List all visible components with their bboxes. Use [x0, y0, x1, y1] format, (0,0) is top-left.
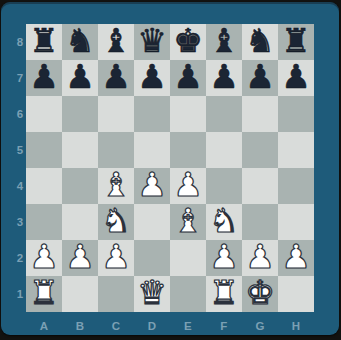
file-label-b: B — [62, 314, 98, 337]
square-f7[interactable]: ♟ — [206, 60, 242, 96]
square-c7[interactable]: ♟ — [98, 60, 134, 96]
square-b6[interactable] — [62, 96, 98, 132]
white-pawn[interactable]: ♟ — [65, 239, 95, 275]
square-a5[interactable] — [26, 132, 62, 168]
square-g1[interactable]: ♚ — [242, 276, 278, 312]
square-f2[interactable]: ♟ — [206, 240, 242, 276]
white-pawn[interactable]: ♟ — [29, 239, 59, 275]
square-c6[interactable] — [98, 96, 134, 132]
square-a1[interactable]: ♜ — [26, 276, 62, 312]
white-queen[interactable]: ♛ — [137, 275, 167, 311]
file-label-c: C — [98, 314, 134, 337]
square-b5[interactable] — [62, 132, 98, 168]
square-g7[interactable]: ♟ — [242, 60, 278, 96]
white-king[interactable]: ♚ — [245, 275, 275, 311]
black-knight[interactable]: ♞ — [245, 23, 275, 59]
file-label-e: E — [170, 314, 206, 337]
black-pawn[interactable]: ♟ — [29, 59, 59, 95]
square-c8[interactable]: ♝ — [98, 24, 134, 60]
square-g2[interactable]: ♟ — [242, 240, 278, 276]
square-f5[interactable] — [206, 132, 242, 168]
square-f8[interactable]: ♝ — [206, 24, 242, 60]
square-h1[interactable] — [278, 276, 314, 312]
board-frame: 87654321 ♜♞♝♛♚♝♞♜♟♟♟♟♟♟♟♟♝♟♟♞♝♞♟♟♟♟♟♟♜♛♜… — [1, 2, 339, 335]
square-e2[interactable] — [170, 240, 206, 276]
square-g6[interactable] — [242, 96, 278, 132]
square-h2[interactable]: ♟ — [278, 240, 314, 276]
square-a4[interactable] — [26, 168, 62, 204]
white-pawn[interactable]: ♟ — [245, 239, 275, 275]
square-b2[interactable]: ♟ — [62, 240, 98, 276]
file-label-h: H — [278, 314, 314, 337]
square-c4[interactable]: ♝ — [98, 168, 134, 204]
square-d7[interactable]: ♟ — [134, 60, 170, 96]
black-rook[interactable]: ♜ — [29, 23, 59, 59]
square-g5[interactable] — [242, 132, 278, 168]
square-d8[interactable]: ♛ — [134, 24, 170, 60]
black-knight[interactable]: ♞ — [65, 23, 95, 59]
square-f1[interactable]: ♜ — [206, 276, 242, 312]
square-b7[interactable]: ♟ — [62, 60, 98, 96]
file-labels: ABCDEFGH — [26, 314, 314, 337]
square-h4[interactable] — [278, 168, 314, 204]
square-h3[interactable] — [278, 204, 314, 240]
white-pawn[interactable]: ♟ — [281, 239, 311, 275]
square-e1[interactable] — [170, 276, 206, 312]
square-e6[interactable] — [170, 96, 206, 132]
white-rook[interactable]: ♜ — [209, 275, 239, 311]
square-a7[interactable]: ♟ — [26, 60, 62, 96]
square-h6[interactable] — [278, 96, 314, 132]
black-pawn[interactable]: ♟ — [245, 59, 275, 95]
square-a2[interactable]: ♟ — [26, 240, 62, 276]
white-bishop[interactable]: ♝ — [173, 203, 203, 239]
square-b8[interactable]: ♞ — [62, 24, 98, 60]
chess-board[interactable]: ♜♞♝♛♚♝♞♜♟♟♟♟♟♟♟♟♝♟♟♞♝♞♟♟♟♟♟♟♜♛♜♚ — [26, 24, 314, 312]
square-g3[interactable] — [242, 204, 278, 240]
square-f4[interactable] — [206, 168, 242, 204]
black-pawn[interactable]: ♟ — [209, 59, 239, 95]
square-h5[interactable] — [278, 132, 314, 168]
white-pawn[interactable]: ♟ — [137, 167, 167, 203]
white-bishop[interactable]: ♝ — [101, 167, 131, 203]
square-d2[interactable] — [134, 240, 170, 276]
square-d1[interactable]: ♛ — [134, 276, 170, 312]
square-e8[interactable]: ♚ — [170, 24, 206, 60]
black-pawn[interactable]: ♟ — [281, 59, 311, 95]
white-knight[interactable]: ♞ — [101, 203, 131, 239]
square-b3[interactable] — [62, 204, 98, 240]
file-label-g: G — [242, 314, 278, 337]
square-c1[interactable] — [98, 276, 134, 312]
square-e3[interactable]: ♝ — [170, 204, 206, 240]
square-e4[interactable]: ♟ — [170, 168, 206, 204]
square-c2[interactable]: ♟ — [98, 240, 134, 276]
black-king[interactable]: ♚ — [173, 23, 203, 59]
square-e5[interactable] — [170, 132, 206, 168]
black-rook[interactable]: ♜ — [281, 23, 311, 59]
file-label-a: A — [26, 314, 62, 337]
white-knight[interactable]: ♞ — [209, 203, 239, 239]
square-e7[interactable]: ♟ — [170, 60, 206, 96]
file-label-d: D — [134, 314, 170, 337]
square-f3[interactable]: ♞ — [206, 204, 242, 240]
square-a3[interactable] — [26, 204, 62, 240]
square-h8[interactable]: ♜ — [278, 24, 314, 60]
square-c3[interactable]: ♞ — [98, 204, 134, 240]
square-g8[interactable]: ♞ — [242, 24, 278, 60]
black-pawn[interactable]: ♟ — [137, 59, 167, 95]
square-d6[interactable] — [134, 96, 170, 132]
square-d4[interactable]: ♟ — [134, 168, 170, 204]
white-pawn[interactable]: ♟ — [173, 167, 203, 203]
white-rook[interactable]: ♜ — [29, 275, 59, 311]
black-pawn[interactable]: ♟ — [65, 59, 95, 95]
black-queen[interactable]: ♛ — [137, 23, 167, 59]
square-c5[interactable] — [98, 132, 134, 168]
square-b4[interactable] — [62, 168, 98, 204]
file-label-f: F — [206, 314, 242, 337]
black-bishop[interactable]: ♝ — [209, 23, 239, 59]
square-a8[interactable]: ♜ — [26, 24, 62, 60]
square-a6[interactable] — [26, 96, 62, 132]
black-bishop[interactable]: ♝ — [101, 23, 131, 59]
white-pawn[interactable]: ♟ — [209, 239, 239, 275]
square-b1[interactable] — [62, 276, 98, 312]
square-f6[interactable] — [206, 96, 242, 132]
black-pawn[interactable]: ♟ — [101, 59, 131, 95]
white-pawn[interactable]: ♟ — [101, 239, 131, 275]
square-d3[interactable] — [134, 204, 170, 240]
square-h7[interactable]: ♟ — [278, 60, 314, 96]
square-d5[interactable] — [134, 132, 170, 168]
black-pawn[interactable]: ♟ — [173, 59, 203, 95]
square-g4[interactable] — [242, 168, 278, 204]
